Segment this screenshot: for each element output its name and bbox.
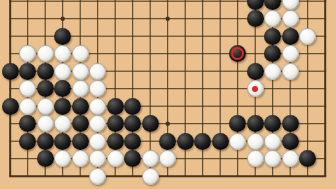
star-point	[61, 17, 65, 21]
white-stone	[37, 115, 54, 132]
black-stone	[124, 133, 141, 150]
star-point	[166, 122, 170, 126]
white-stone	[54, 63, 71, 80]
star-point	[166, 17, 170, 21]
white-stone	[107, 150, 124, 167]
black-stone	[72, 98, 89, 115]
white-stone	[19, 98, 36, 115]
white-stone	[72, 80, 89, 97]
black-stone	[37, 133, 54, 150]
white-stone	[37, 45, 54, 62]
white-stone	[282, 10, 299, 27]
black-stone	[54, 98, 71, 115]
black-stone	[54, 133, 71, 150]
black-stone	[124, 98, 141, 115]
white-stone	[299, 28, 316, 45]
black-stone	[177, 133, 194, 150]
white-stone	[247, 150, 264, 167]
black-stone	[19, 133, 36, 150]
white-stone	[72, 63, 89, 80]
white-stone	[142, 168, 159, 185]
black-stone	[247, 115, 264, 132]
black-stone	[37, 150, 54, 167]
black-stone	[72, 115, 89, 132]
white-stone	[229, 133, 246, 150]
white-stone	[89, 133, 106, 150]
white-stone	[89, 98, 106, 115]
black-stone	[107, 133, 124, 150]
black-stone	[72, 133, 89, 150]
black-stone	[37, 80, 54, 97]
black-stone	[247, 10, 264, 27]
black-stone	[264, 28, 281, 45]
white-stone	[89, 168, 106, 185]
black-stone	[212, 133, 229, 150]
black-stone	[19, 63, 36, 80]
white-stone	[247, 80, 264, 97]
black-stone	[247, 63, 264, 80]
white-stone	[72, 150, 89, 167]
black-stone	[159, 133, 176, 150]
black-stone	[107, 115, 124, 132]
black-stone	[37, 63, 54, 80]
white-stone	[37, 98, 54, 115]
black-stone	[107, 98, 124, 115]
white-stone	[89, 63, 106, 80]
black-stone	[282, 28, 299, 45]
white-stone	[282, 63, 299, 80]
black-stone	[2, 63, 19, 80]
white-stone	[282, 45, 299, 62]
black-stone	[2, 98, 19, 115]
white-stone	[264, 63, 281, 80]
white-stone	[142, 150, 159, 167]
white-stone	[282, 150, 299, 167]
white-stone	[72, 45, 89, 62]
go-board[interactable]	[0, 0, 336, 189]
black-stone	[54, 28, 71, 45]
black-stone	[194, 133, 211, 150]
black-stone	[282, 115, 299, 132]
black-stone	[282, 133, 299, 150]
white-stone	[247, 133, 264, 150]
white-stone	[264, 133, 281, 150]
black-stone	[142, 115, 159, 132]
